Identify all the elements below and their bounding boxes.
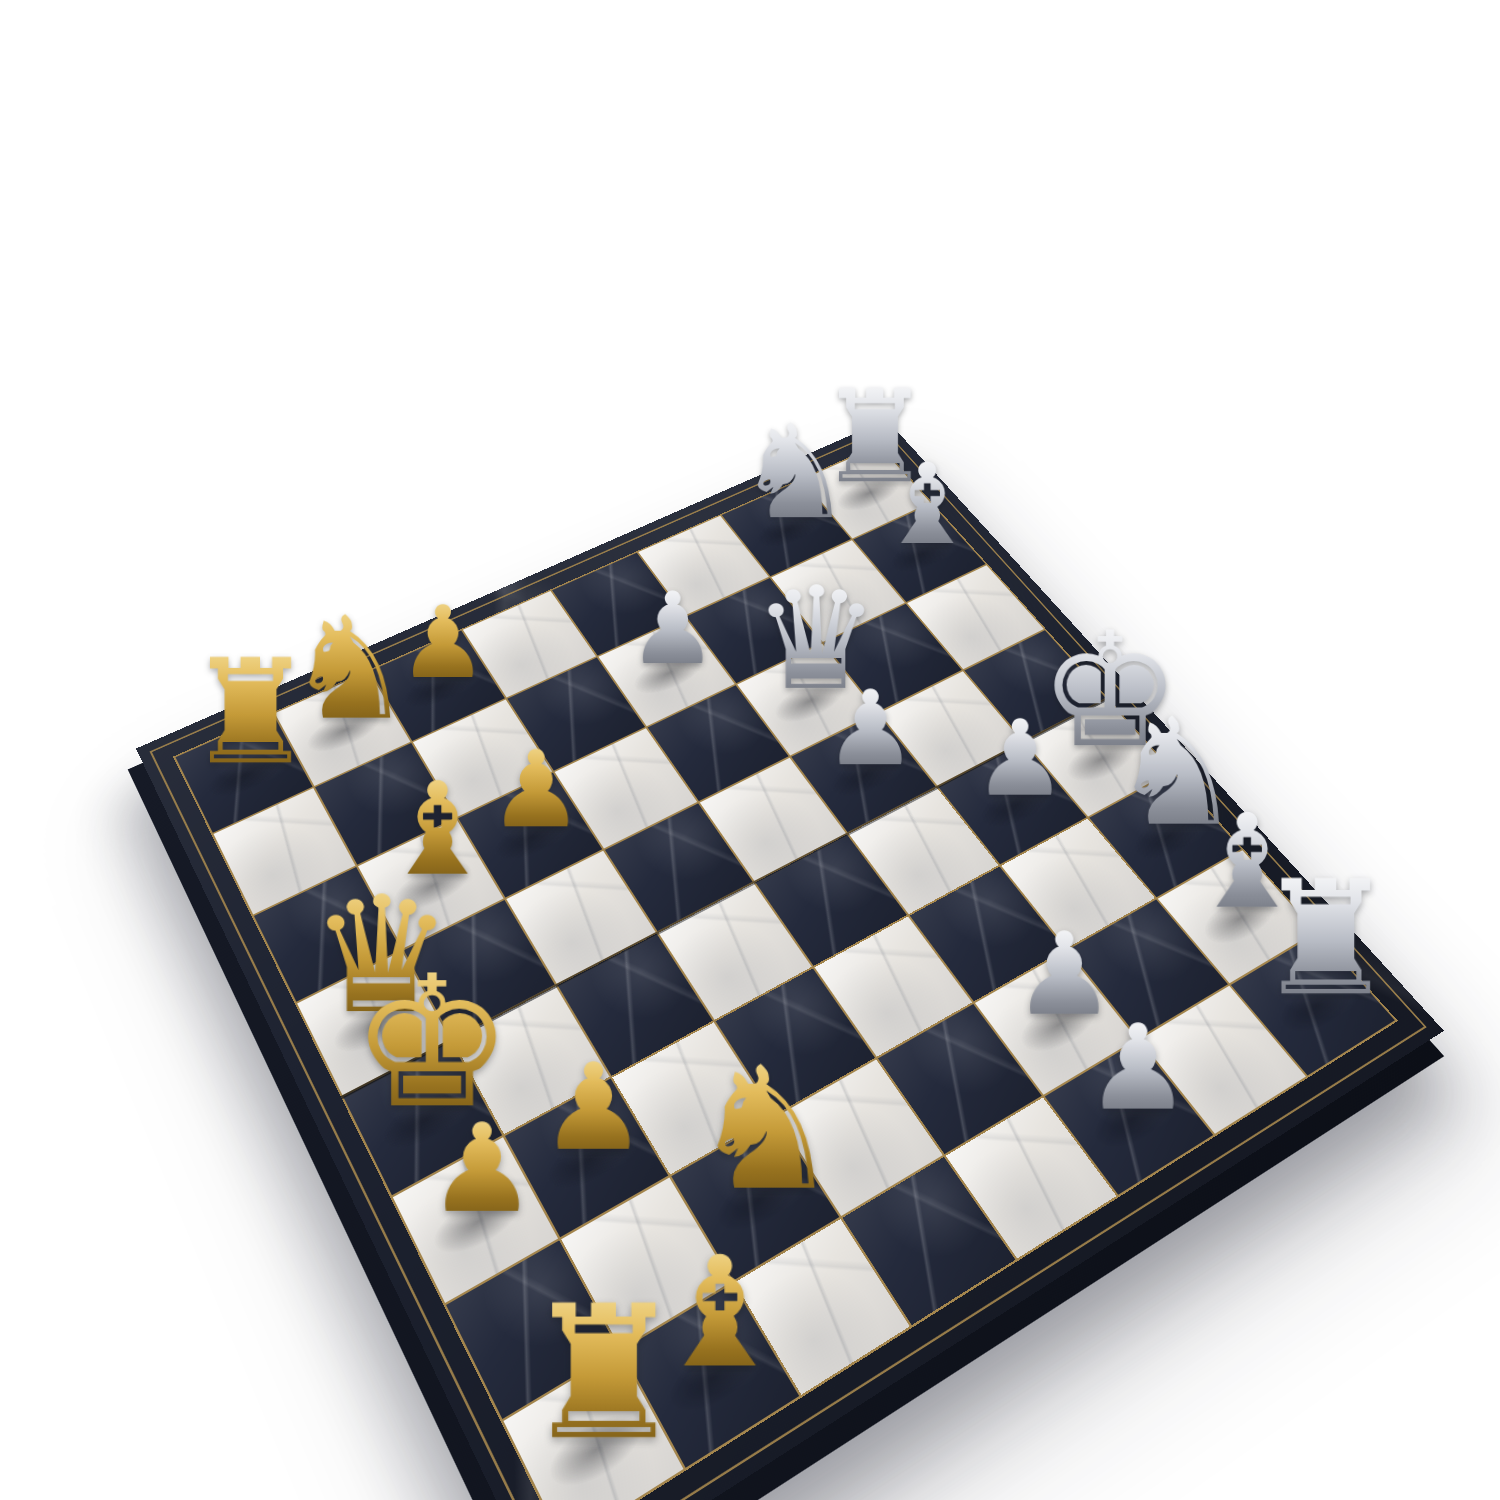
piece-silver-pawn[interactable]: ♟ xyxy=(627,579,716,678)
square-a1[interactable]: ♜ xyxy=(176,714,313,833)
piece-silver-pawn[interactable]: ♟ xyxy=(823,677,916,781)
piece-silver-pawn[interactable]: ♟ xyxy=(972,706,1066,811)
piece-gold-pawn[interactable]: ♟ xyxy=(488,737,583,843)
piece-silver-rook[interactable]: ♜ xyxy=(1254,859,1396,1017)
chess-board: ♜♞♟♞♜♟♝♝♟♛♛♟♚♟♚♟♟♞♞♟♝♜♝♟♜ xyxy=(136,420,1444,1500)
board-grid: ♜♞♟♞♜♟♝♝♟♛♛♟♚♟♚♟♟♞♞♟♝♜♝♟♜ xyxy=(173,444,1398,1500)
chess-board-3d: ♜♞♟♞♜♟♝♝♟♛♛♟♚♟♚♟♟♞♞♟♝♜♝♟♜ xyxy=(136,420,1444,1500)
piece-silver-knight[interactable]: ♞ xyxy=(736,407,852,537)
piece-silver-pawn[interactable]: ♟ xyxy=(1084,1009,1190,1127)
piece-gold-knight[interactable]: ♞ xyxy=(689,1044,841,1213)
square-h1[interactable]: ♜ xyxy=(503,1351,683,1500)
piece-gold-rook[interactable]: ♜ xyxy=(521,1281,686,1465)
piece-gold-pawn[interactable]: ♟ xyxy=(539,1047,647,1167)
piece-gold-rook[interactable]: ♜ xyxy=(185,640,314,784)
piece-silver-bishop[interactable]: ♝ xyxy=(876,448,976,560)
product-photo-scene: ♜♞♟♞♜♟♝♝♟♛♛♟♚♟♚♟♟♞♞♟♝♜♝♟♜ xyxy=(0,0,1500,1500)
piece-gold-pawn[interactable]: ♟ xyxy=(426,1107,536,1230)
